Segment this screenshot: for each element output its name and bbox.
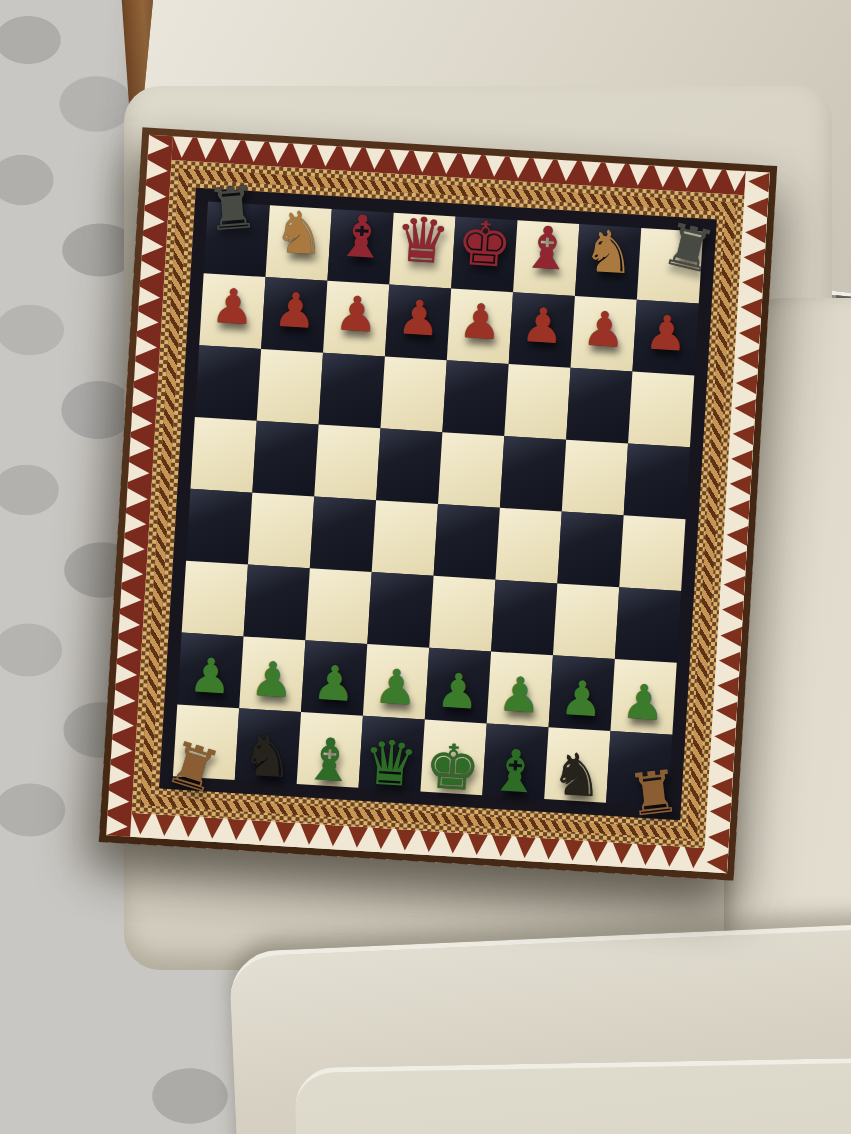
square-e1[interactable]: ♚ — [420, 720, 486, 796]
square-c5[interactable] — [314, 425, 380, 501]
zigzag-triangle — [388, 149, 409, 171]
zigzag-triangle — [711, 776, 733, 797]
zigzag-triangle — [700, 168, 721, 190]
zigzag-triangle — [491, 835, 512, 857]
zigzag-triangle — [123, 538, 145, 559]
square-a6[interactable] — [195, 345, 261, 421]
zigzag-triangle — [106, 815, 128, 836]
square-g6[interactable] — [566, 368, 632, 444]
board-wood-edge: ♜♞♝♛♚♝♞♜♟♟♟♟♟♟♟♟♟♟♟♟♟♟♟♟♜♞♝♛♚♝♞♜ — [99, 127, 778, 880]
zigzag-triangle — [299, 823, 320, 845]
square-b1[interactable]: ♞ — [235, 708, 301, 784]
zigzag-triangle — [112, 714, 134, 735]
square-g1[interactable]: ♞ — [544, 727, 610, 803]
zigzag-triangle — [122, 563, 144, 584]
square-f8[interactable]: ♝ — [513, 220, 579, 296]
square-d4[interactable] — [372, 500, 438, 576]
chess-board: ♜♞♝♛♚♝♞♜♟♟♟♟♟♟♟♟♟♟♟♟♟♟♟♟♜♞♝♛♚♝♞♜ — [99, 127, 778, 880]
white-pawn-h2[interactable]: ♟ — [621, 677, 667, 727]
zigzag-triangle — [729, 474, 751, 495]
zigzag-triangle — [202, 817, 223, 839]
zigzag-triangle — [515, 836, 536, 858]
zigzag-triangle — [115, 664, 137, 685]
zigzag-triangle — [108, 790, 130, 811]
zigzag-triangle — [742, 272, 764, 293]
sofa-front-cushion-lower — [295, 1056, 851, 1134]
square-g7[interactable]: ♟ — [571, 296, 637, 372]
square-h2[interactable]: ♟ — [610, 659, 676, 735]
square-c7[interactable]: ♟ — [323, 281, 389, 357]
square-c4[interactable] — [310, 496, 376, 572]
white-king-e1[interactable]: ♚ — [424, 735, 483, 800]
square-e4[interactable] — [434, 504, 500, 580]
zigzag-triangle — [539, 838, 560, 860]
zigzag-triangle — [220, 139, 241, 161]
board-grid: ♜♞♝♛♚♝♞♜♟♟♟♟♟♟♟♟♟♟♟♟♟♟♟♟♜♞♝♛♚♝♞♜ — [173, 201, 703, 806]
white-bishop-f1[interactable]: ♝ — [487, 741, 543, 802]
white-rook-h1[interactable]: ♜ — [624, 761, 682, 825]
square-h4[interactable] — [619, 515, 685, 591]
zigzag-triangle — [196, 138, 217, 160]
black-bishop-f8[interactable]: ♝ — [519, 218, 575, 279]
zigzag-triangle — [709, 801, 731, 822]
zigzag-triangle — [145, 185, 167, 206]
zigzag-triangle — [732, 423, 754, 444]
square-d5[interactable] — [376, 428, 442, 504]
square-e6[interactable] — [442, 360, 508, 436]
square-g8[interactable]: ♞ — [575, 224, 641, 300]
zigzag-triangle — [135, 336, 157, 357]
square-e5[interactable] — [438, 432, 504, 508]
square-b6[interactable] — [257, 349, 323, 425]
white-knight-g1[interactable]: ♞ — [549, 744, 605, 805]
square-a3[interactable] — [182, 561, 248, 637]
zigzag-triangle — [226, 819, 247, 841]
zigzag-triangle — [371, 828, 392, 850]
square-f1[interactable]: ♝ — [482, 723, 548, 799]
zigzag-triangle — [725, 549, 747, 570]
square-f3[interactable] — [491, 580, 557, 656]
mosaic-rope-band: ♜♞♝♛♚♝♞♜♟♟♟♟♟♟♟♟♟♟♟♟♟♟♟♟♜♞♝♛♚♝♞♜ — [140, 169, 736, 840]
zigzag-triangle — [323, 825, 344, 847]
black-knight-g8[interactable]: ♞ — [581, 221, 637, 282]
square-g4[interactable] — [557, 512, 623, 588]
square-h5[interactable] — [624, 443, 690, 519]
zigzag-triangle — [676, 167, 697, 189]
square-c8[interactable]: ♝ — [327, 209, 393, 285]
zigzag-triangle — [683, 847, 704, 869]
black-bishop-c8[interactable]: ♝ — [333, 206, 389, 267]
zigzag-triangle — [611, 842, 632, 864]
zigzag-triangle — [508, 157, 529, 179]
zigzag-triangle — [587, 841, 608, 863]
zigzag-triangle — [139, 286, 161, 307]
square-b2[interactable]: ♟ — [239, 636, 305, 712]
board-inner-margin: ♜♞♝♛♚♝♞♜♟♟♟♟♟♟♟♟♟♟♟♟♟♟♟♟♜♞♝♛♚♝♞♜ — [159, 188, 717, 821]
zigzag-triangle — [604, 163, 625, 185]
zigzag-triangle — [745, 222, 767, 243]
zigzag-triangle — [467, 833, 488, 855]
zigzag-triangle — [712, 751, 734, 772]
square-a7[interactable]: ♟ — [199, 273, 265, 349]
zigzag-triangle — [717, 675, 739, 696]
zigzag-triangle — [117, 639, 139, 660]
square-e2[interactable]: ♟ — [425, 648, 491, 724]
square-a5[interactable] — [190, 417, 256, 493]
square-f2[interactable]: ♟ — [487, 652, 553, 728]
zigzag-triangle — [580, 161, 601, 183]
zigzag-triangle — [714, 726, 736, 747]
zigzag-triangle — [178, 816, 199, 838]
zigzag-triangle — [728, 499, 750, 520]
zigzag-triangle — [652, 166, 673, 188]
zigzag-triangle — [724, 170, 745, 192]
black-queen-d8[interactable]: ♛ — [394, 208, 453, 273]
square-c6[interactable] — [319, 353, 385, 429]
zigzag-triangle — [126, 488, 148, 509]
zigzag-triangle — [143, 210, 165, 231]
zigzag-triangle — [137, 311, 159, 332]
square-f4[interactable] — [495, 508, 561, 584]
zigzag-triangle — [746, 197, 768, 218]
zigzag-triangle — [726, 524, 748, 545]
square-b3[interactable] — [244, 565, 310, 641]
square-h1[interactable]: ♜ — [606, 731, 672, 807]
black-pawn-f7[interactable]: ♟ — [519, 300, 565, 350]
zigzag-triangle — [128, 462, 150, 483]
square-c1[interactable]: ♝ — [297, 712, 363, 788]
white-pawn-e2[interactable]: ♟ — [435, 665, 481, 715]
square-a2[interactable]: ♟ — [177, 633, 243, 709]
zigzag-triangle — [132, 387, 154, 408]
black-pawn-h7[interactable]: ♟ — [643, 307, 689, 357]
zigzag-triangle — [129, 437, 151, 458]
square-d2[interactable]: ♟ — [363, 644, 429, 720]
black-rook-h8[interactable]: ♜ — [657, 213, 721, 282]
white-pawn-g2[interactable]: ♟ — [559, 673, 605, 723]
square-h6[interactable] — [628, 372, 694, 448]
square-b5[interactable] — [252, 421, 318, 497]
zigzag-triangle — [715, 701, 737, 722]
square-b8[interactable]: ♞ — [266, 205, 332, 281]
zigzag-triangle — [735, 373, 757, 394]
square-g2[interactable]: ♟ — [549, 655, 615, 731]
zigzag-triangle — [718, 650, 740, 671]
zigzag-triangle — [268, 142, 289, 164]
square-d1[interactable]: ♛ — [359, 716, 425, 792]
square-a8[interactable]: ♜ — [204, 201, 270, 277]
square-a1[interactable]: ♜ — [173, 704, 239, 780]
black-pawn-b7[interactable]: ♟ — [272, 285, 318, 335]
white-queen-d1[interactable]: ♛ — [362, 731, 421, 796]
black-pawn-d7[interactable]: ♟ — [396, 292, 442, 342]
square-e3[interactable] — [429, 576, 495, 652]
square-d6[interactable] — [381, 356, 447, 432]
zigzag-triangle — [708, 827, 730, 848]
white-pawn-a2[interactable]: ♟ — [187, 650, 233, 700]
zigzag-triangle — [148, 135, 170, 156]
square-f5[interactable] — [500, 436, 566, 512]
square-h7[interactable]: ♟ — [632, 300, 698, 376]
square-c2[interactable]: ♟ — [301, 640, 367, 716]
zigzag-triangle — [737, 348, 759, 369]
white-pawn-c2[interactable]: ♟ — [311, 658, 357, 708]
zigzag-triangle — [659, 845, 680, 867]
zigzag-triangle — [412, 151, 433, 173]
zigzag-triangle — [740, 297, 762, 318]
square-d7[interactable]: ♟ — [385, 285, 451, 361]
black-pawn-c7[interactable]: ♟ — [334, 289, 380, 339]
square-h8[interactable]: ♜ — [637, 228, 703, 304]
zigzag-triangle — [347, 826, 368, 848]
square-h3[interactable] — [615, 587, 681, 663]
white-knight-b1[interactable]: ♞ — [239, 725, 295, 786]
zigzag-triangle — [419, 831, 440, 853]
mosaic-checker-band-inner: ♜♞♝♛♚♝♞♜♟♟♟♟♟♟♟♟♟♟♟♟♟♟♟♟♜♞♝♛♚♝♞♜ — [151, 179, 726, 829]
board-zigzag-frame: ♜♞♝♛♚♝♞♜♟♟♟♟♟♟♟♟♟♟♟♟♟♟♟♟♜♞♝♛♚♝♞♜ — [106, 135, 770, 874]
zigzag-triangle — [443, 832, 464, 854]
zigzag-triangle — [563, 839, 584, 861]
zigzag-triangle — [723, 575, 745, 596]
square-d3[interactable] — [367, 572, 433, 648]
black-king-e8[interactable]: ♚ — [455, 212, 514, 277]
zigzag-triangle — [274, 822, 295, 844]
black-pawn-e7[interactable]: ♟ — [457, 296, 503, 346]
square-f7[interactable]: ♟ — [509, 292, 575, 368]
zigzag-triangle — [738, 323, 760, 344]
white-bishop-c1[interactable]: ♝ — [301, 729, 357, 790]
zigzag-triangle — [172, 136, 193, 158]
zigzag-triangle — [484, 155, 505, 177]
square-b4[interactable] — [248, 493, 314, 569]
black-knight-b8[interactable]: ♞ — [271, 202, 327, 263]
zigzag-triangle — [125, 513, 147, 534]
zigzag-triangle — [250, 820, 271, 842]
white-pawn-b2[interactable]: ♟ — [249, 654, 295, 704]
zigzag-triangle — [532, 158, 553, 180]
square-e8[interactable]: ♚ — [451, 217, 517, 293]
square-a4[interactable] — [186, 489, 252, 565]
zigzag-triangle — [140, 261, 162, 282]
zigzag-triangle — [635, 844, 656, 866]
zigzag-triangle — [120, 588, 142, 609]
zigzag-triangle — [154, 814, 175, 836]
zigzag-triangle — [340, 146, 361, 168]
zigzag-triangle — [556, 160, 577, 182]
zigzag-triangle — [114, 689, 136, 710]
zigzag-triangle — [244, 141, 265, 163]
zigzag-triangle — [111, 740, 133, 761]
white-pawn-d2[interactable]: ♟ — [373, 662, 419, 712]
zigzag-triangle — [146, 160, 168, 181]
square-g3[interactable] — [553, 583, 619, 659]
zigzag-triangle — [706, 852, 728, 873]
square-c3[interactable] — [305, 568, 371, 644]
square-e7[interactable]: ♟ — [447, 288, 513, 364]
square-b7[interactable]: ♟ — [261, 277, 327, 353]
white-pawn-f2[interactable]: ♟ — [497, 669, 543, 719]
zigzag-triangle — [743, 247, 765, 268]
zigzag-triangle — [734, 398, 756, 419]
zigzag-triangle — [436, 152, 457, 174]
zigzag-triangle — [142, 235, 164, 256]
black-pawn-g7[interactable]: ♟ — [581, 304, 627, 354]
square-d8[interactable]: ♛ — [389, 213, 455, 289]
zigzag-triangle — [395, 829, 416, 851]
square-f6[interactable] — [504, 364, 570, 440]
zigzag-triangle — [628, 164, 649, 186]
black-pawn-a7[interactable]: ♟ — [210, 281, 256, 331]
zigzag-triangle — [720, 625, 742, 646]
zigzag-triangle — [134, 361, 156, 382]
zigzag-triangle — [292, 143, 313, 165]
zigzag-triangle — [130, 813, 151, 835]
zigzag-triangle — [316, 145, 337, 167]
zigzag-triangle — [131, 412, 153, 433]
zigzag-triangle — [748, 171, 770, 192]
black-rook-a8[interactable]: ♜ — [204, 178, 261, 240]
mosaic-checker-band-outer: ♜♞♝♛♚♝♞♜♟♟♟♟♟♟♟♟♟♟♟♟♟♟♟♟♜♞♝♛♚♝♞♜ — [132, 160, 745, 848]
zigzag-triangle — [364, 148, 385, 170]
zigzag-triangle — [721, 600, 743, 621]
zigzag-triangle — [118, 614, 140, 635]
zigzag-triangle — [460, 154, 481, 176]
zigzag-triangle — [109, 765, 131, 786]
photo-scene: ♜♞♝♛♚♝♞♜♟♟♟♟♟♟♟♟♟♟♟♟♟♟♟♟♜♞♝♛♚♝♞♜ — [0, 0, 851, 1134]
square-g5[interactable] — [562, 440, 628, 516]
zigzag-triangle — [731, 449, 753, 470]
white-rook-a1[interactable]: ♜ — [160, 732, 227, 803]
